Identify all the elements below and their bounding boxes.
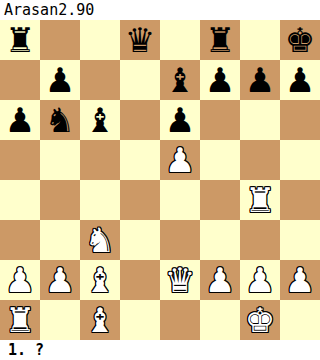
square-e6[interactable]: ♟ (160, 100, 200, 140)
piece-white-bishop[interactable]: ♝ (85, 300, 115, 340)
square-g3[interactable] (240, 220, 280, 260)
square-c3[interactable]: ♞ (80, 220, 120, 260)
square-f3[interactable] (200, 220, 240, 260)
piece-black-pawn[interactable]: ♟ (245, 60, 275, 100)
square-a4[interactable] (0, 180, 40, 220)
square-a2[interactable]: ♟ (0, 260, 40, 300)
square-c6[interactable]: ♝ (80, 100, 120, 140)
square-e3[interactable] (160, 220, 200, 260)
square-g4[interactable]: ♜ (240, 180, 280, 220)
square-g7[interactable]: ♟ (240, 60, 280, 100)
square-b7[interactable]: ♟ (40, 60, 80, 100)
square-h7[interactable]: ♟ (280, 60, 320, 100)
square-d4[interactable] (120, 180, 160, 220)
chess-board: ♜♛♜♚♟♝♟♟♟♟♞♝♟♟♜♞♟♟♝♛♟♟♟♜♝♚ (0, 20, 320, 340)
square-e7[interactable]: ♝ (160, 60, 200, 100)
square-d2[interactable] (120, 260, 160, 300)
piece-black-knight[interactable]: ♞ (45, 100, 75, 140)
square-a5[interactable] (0, 140, 40, 180)
piece-white-rook[interactable]: ♜ (5, 300, 35, 340)
piece-white-pawn[interactable]: ♟ (245, 260, 275, 300)
piece-black-pawn[interactable]: ♟ (285, 60, 315, 100)
square-e8[interactable] (160, 20, 200, 60)
square-f5[interactable] (200, 140, 240, 180)
square-c4[interactable] (80, 180, 120, 220)
arasan-window: Arasan2.90 ♜♛♜♚♟♝♟♟♟♟♞♝♟♟♜♞♟♟♝♛♟♟♟♜♝♚ 1.… (0, 0, 320, 360)
square-d8[interactable]: ♛ (120, 20, 160, 60)
piece-white-bishop[interactable]: ♝ (85, 260, 115, 300)
square-f7[interactable]: ♟ (200, 60, 240, 100)
square-c5[interactable] (80, 140, 120, 180)
piece-black-rook[interactable]: ♜ (205, 20, 235, 60)
square-a3[interactable] (0, 220, 40, 260)
square-h6[interactable] (280, 100, 320, 140)
square-f8[interactable]: ♜ (200, 20, 240, 60)
square-b8[interactable] (40, 20, 80, 60)
square-g2[interactable]: ♟ (240, 260, 280, 300)
square-c1[interactable]: ♝ (80, 300, 120, 340)
piece-white-pawn[interactable]: ♟ (285, 260, 315, 300)
piece-white-pawn[interactable]: ♟ (5, 260, 35, 300)
square-g6[interactable] (240, 100, 280, 140)
square-b4[interactable] (40, 180, 80, 220)
square-f1[interactable] (200, 300, 240, 340)
square-f2[interactable]: ♟ (200, 260, 240, 300)
square-h5[interactable] (280, 140, 320, 180)
square-c7[interactable] (80, 60, 120, 100)
square-h2[interactable]: ♟ (280, 260, 320, 300)
square-g5[interactable] (240, 140, 280, 180)
square-h3[interactable] (280, 220, 320, 260)
piece-white-pawn[interactable]: ♟ (205, 260, 235, 300)
square-g1[interactable]: ♚ (240, 300, 280, 340)
square-e2[interactable]: ♛ (160, 260, 200, 300)
square-b6[interactable]: ♞ (40, 100, 80, 140)
piece-black-queen[interactable]: ♛ (125, 20, 155, 60)
square-c8[interactable] (80, 20, 120, 60)
square-b3[interactable] (40, 220, 80, 260)
piece-white-rook[interactable]: ♜ (245, 180, 275, 220)
square-h1[interactable] (280, 300, 320, 340)
piece-black-pawn[interactable]: ♟ (165, 100, 195, 140)
piece-white-king[interactable]: ♚ (245, 300, 275, 340)
square-f6[interactable] (200, 100, 240, 140)
square-a6[interactable]: ♟ (0, 100, 40, 140)
square-c2[interactable]: ♝ (80, 260, 120, 300)
window-title: Arasan2.90 (0, 0, 320, 20)
square-d3[interactable] (120, 220, 160, 260)
square-e1[interactable] (160, 300, 200, 340)
square-f4[interactable] (200, 180, 240, 220)
piece-black-pawn[interactable]: ♟ (45, 60, 75, 100)
square-a8[interactable]: ♜ (0, 20, 40, 60)
piece-white-pawn[interactable]: ♟ (165, 140, 195, 180)
piece-black-rook[interactable]: ♜ (5, 20, 35, 60)
piece-black-pawn[interactable]: ♟ (205, 60, 235, 100)
piece-black-king[interactable]: ♚ (285, 20, 315, 60)
square-b2[interactable]: ♟ (40, 260, 80, 300)
square-b5[interactable] (40, 140, 80, 180)
move-prompt: 1. ? (0, 340, 320, 360)
square-e5[interactable]: ♟ (160, 140, 200, 180)
square-h8[interactable]: ♚ (280, 20, 320, 60)
piece-white-queen[interactable]: ♛ (165, 260, 195, 300)
piece-black-bishop[interactable]: ♝ (165, 60, 195, 100)
square-b1[interactable] (40, 300, 80, 340)
square-d6[interactable] (120, 100, 160, 140)
piece-black-bishop[interactable]: ♝ (85, 100, 115, 140)
square-a7[interactable] (0, 60, 40, 100)
square-d7[interactable] (120, 60, 160, 100)
square-a1[interactable]: ♜ (0, 300, 40, 340)
square-d5[interactable] (120, 140, 160, 180)
piece-white-pawn[interactable]: ♟ (45, 260, 75, 300)
square-h4[interactable] (280, 180, 320, 220)
square-g8[interactable] (240, 20, 280, 60)
square-d1[interactable] (120, 300, 160, 340)
square-e4[interactable] (160, 180, 200, 220)
piece-black-pawn[interactable]: ♟ (5, 100, 35, 140)
piece-white-knight[interactable]: ♞ (85, 220, 115, 260)
